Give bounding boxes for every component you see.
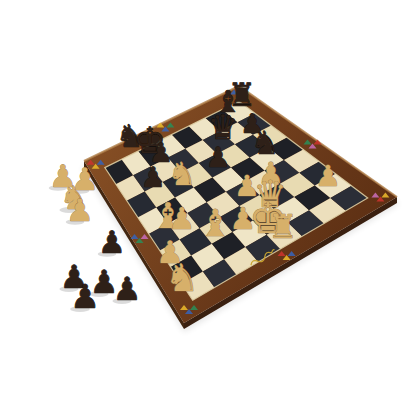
piece-white-n-h1[interactable]: ♞ bbox=[165, 256, 199, 300]
piece-white-n-f6[interactable]: ♞ bbox=[168, 155, 197, 193]
chess-photo-scene: ♜♝♟♛♞♚♞♟♟♟♞♟♟♟♟♟♛♞♟♝♟♟♚♝♜♟♟♟♞♟♟♟ bbox=[0, 0, 420, 420]
chessboard-svg: ♜♝♟♛♞♚♞♟♟♟♞♟♟♟♟♟♛♞♟♝♟♟♚♝♜♟♟♟♞♟♟♟ bbox=[0, 0, 420, 420]
piece-white-r-d1[interactable]: ♜ bbox=[268, 207, 298, 246]
captured-white-p[interactable]: ♟ bbox=[66, 192, 94, 228]
piece-black-p-g6[interactable]: ♟ bbox=[140, 161, 165, 194]
piece-black-p-d6[interactable]: ♟ bbox=[205, 141, 230, 174]
piece-white-p-g4[interactable]: ♟ bbox=[169, 201, 196, 236]
captured-black-p[interactable]: ♟ bbox=[98, 224, 126, 260]
piece-white-b-f3[interactable]: ♝ bbox=[198, 202, 231, 245]
captured-black-p[interactable]: ♟ bbox=[70, 277, 100, 316]
captured-black-p[interactable]: ♟ bbox=[113, 270, 142, 308]
piece-white-p-a2[interactable]: ♟ bbox=[315, 159, 341, 193]
